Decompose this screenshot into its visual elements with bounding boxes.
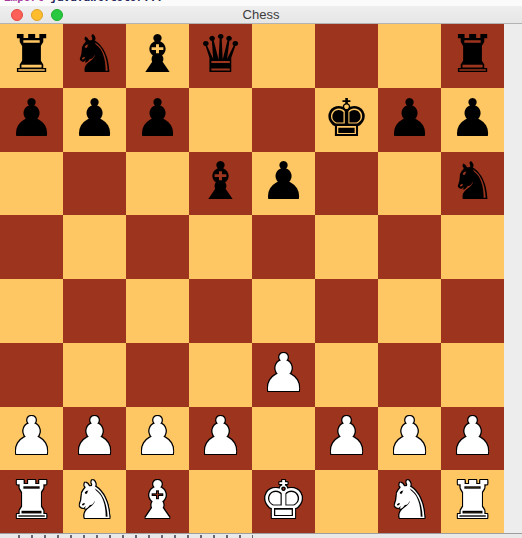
square-e6[interactable]: ♟ (252, 152, 315, 216)
square-g7[interactable]: ♟ (378, 88, 441, 152)
square-d3[interactable] (189, 343, 252, 407)
square-d7[interactable] (189, 88, 252, 152)
square-c4[interactable] (126, 279, 189, 343)
square-e4[interactable] (252, 279, 315, 343)
background-code-text: import java.awt.Color... (4, 0, 522, 4)
white-pawn-piece[interactable]: ♟ (71, 410, 118, 462)
square-c7[interactable]: ♟ (126, 88, 189, 152)
background-window-bottom-strip (0, 533, 522, 538)
square-c2[interactable]: ♟ (126, 407, 189, 471)
square-c6[interactable] (126, 152, 189, 216)
black-queen-piece[interactable]: ♛ (197, 28, 244, 80)
white-knight-piece[interactable]: ♞ (386, 474, 433, 526)
white-pawn-piece[interactable]: ♟ (449, 410, 496, 462)
square-b6[interactable] (63, 152, 126, 216)
window-right-margin (504, 24, 522, 534)
white-rook-piece[interactable]: ♜ (8, 474, 55, 526)
square-a2[interactable]: ♟ (0, 407, 63, 471)
black-pawn-piece[interactable]: ♟ (449, 92, 496, 144)
black-rook-piece[interactable]: ♜ (8, 28, 55, 80)
square-b3[interactable] (63, 343, 126, 407)
white-pawn-piece[interactable]: ♟ (8, 410, 55, 462)
chess-board: ♜♞♝♛♜♟♟♟♚♟♟♝♟♞♟♟♟♟♟♟♟♟♜♞♝♚♞♜ (0, 24, 504, 534)
square-d1[interactable] (189, 470, 252, 534)
square-e7[interactable] (252, 88, 315, 152)
square-h2[interactable]: ♟ (441, 407, 504, 471)
square-e5[interactable] (252, 215, 315, 279)
square-f1[interactable] (315, 470, 378, 534)
square-d5[interactable] (189, 215, 252, 279)
white-knight-piece[interactable]: ♞ (71, 474, 118, 526)
black-pawn-piece[interactable]: ♟ (8, 92, 55, 144)
square-h5[interactable] (441, 215, 504, 279)
square-h8[interactable]: ♜ (441, 24, 504, 88)
window-title: Chess (0, 7, 522, 22)
white-pawn-piece[interactable]: ♟ (134, 410, 181, 462)
square-b8[interactable]: ♞ (63, 24, 126, 88)
square-d4[interactable] (189, 279, 252, 343)
white-pawn-piece[interactable]: ♟ (386, 410, 433, 462)
black-king-piece[interactable]: ♚ (323, 92, 370, 144)
square-a8[interactable]: ♜ (0, 24, 63, 88)
square-g8[interactable] (378, 24, 441, 88)
black-pawn-piece[interactable]: ♟ (260, 155, 307, 207)
square-b7[interactable]: ♟ (63, 88, 126, 152)
black-pawn-piece[interactable]: ♟ (71, 92, 118, 144)
square-h1[interactable]: ♜ (441, 470, 504, 534)
code-keyword: import (4, 0, 44, 4)
app-window: import java.awt.Color... Chess ♜♞♝♛♜♟♟♟♚… (0, 0, 522, 538)
square-g5[interactable] (378, 215, 441, 279)
square-g3[interactable] (378, 343, 441, 407)
square-b1[interactable]: ♞ (63, 470, 126, 534)
square-e8[interactable] (252, 24, 315, 88)
square-b4[interactable] (63, 279, 126, 343)
square-c1[interactable]: ♝ (126, 470, 189, 534)
square-h6[interactable]: ♞ (441, 152, 504, 216)
square-a6[interactable] (0, 152, 63, 216)
square-d8[interactable]: ♛ (189, 24, 252, 88)
square-a5[interactable] (0, 215, 63, 279)
square-f8[interactable] (315, 24, 378, 88)
white-bishop-piece[interactable]: ♝ (134, 474, 181, 526)
square-b5[interactable] (63, 215, 126, 279)
square-f2[interactable]: ♟ (315, 407, 378, 471)
square-f3[interactable] (315, 343, 378, 407)
square-h7[interactable]: ♟ (441, 88, 504, 152)
white-pawn-piece[interactable]: ♟ (323, 410, 370, 462)
code-rest: java.awt.Color... (44, 0, 163, 4)
square-e3[interactable]: ♟ (252, 343, 315, 407)
title-bar: Chess (0, 6, 522, 24)
square-d2[interactable]: ♟ (189, 407, 252, 471)
black-knight-piece[interactable]: ♞ (449, 155, 496, 207)
black-bishop-piece[interactable]: ♝ (134, 28, 181, 80)
white-pawn-piece[interactable]: ♟ (260, 347, 307, 399)
square-a4[interactable] (0, 279, 63, 343)
square-f5[interactable] (315, 215, 378, 279)
square-b2[interactable]: ♟ (63, 407, 126, 471)
square-g6[interactable] (378, 152, 441, 216)
white-pawn-piece[interactable]: ♟ (197, 410, 244, 462)
white-king-piece[interactable]: ♚ (260, 474, 307, 526)
white-rook-piece[interactable]: ♜ (449, 474, 496, 526)
square-c5[interactable] (126, 215, 189, 279)
square-a3[interactable] (0, 343, 63, 407)
black-knight-piece[interactable]: ♞ (71, 28, 118, 80)
square-f4[interactable] (315, 279, 378, 343)
square-h3[interactable] (441, 343, 504, 407)
square-h4[interactable] (441, 279, 504, 343)
square-e1[interactable]: ♚ (252, 470, 315, 534)
square-c3[interactable] (126, 343, 189, 407)
square-g2[interactable]: ♟ (378, 407, 441, 471)
square-e2[interactable] (252, 407, 315, 471)
black-rook-piece[interactable]: ♜ (449, 28, 496, 80)
square-g4[interactable] (378, 279, 441, 343)
square-g1[interactable]: ♞ (378, 470, 441, 534)
black-pawn-piece[interactable]: ♟ (386, 92, 433, 144)
square-f6[interactable] (315, 152, 378, 216)
square-a7[interactable]: ♟ (0, 88, 63, 152)
black-pawn-piece[interactable]: ♟ (134, 92, 181, 144)
square-c8[interactable]: ♝ (126, 24, 189, 88)
black-bishop-piece[interactable]: ♝ (197, 155, 244, 207)
square-d6[interactable]: ♝ (189, 152, 252, 216)
square-a1[interactable]: ♜ (0, 470, 63, 534)
square-f7[interactable]: ♚ (315, 88, 378, 152)
